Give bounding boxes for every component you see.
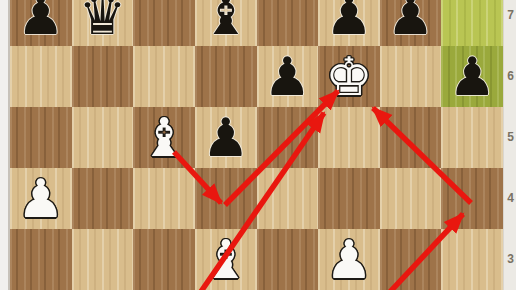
square-d7[interactable]: ♝ — [195, 0, 257, 46]
black-pawn-e6: ♟ — [264, 46, 312, 107]
square-e6[interactable]: ♟ — [257, 46, 319, 107]
square-h5[interactable] — [441, 107, 503, 168]
rank-label-4: 4 — [504, 190, 516, 207]
square-f7[interactable]: ♟ — [318, 0, 380, 46]
square-b7[interactable]: ♛ — [72, 0, 134, 46]
black-pawn-h6: ♟ — [448, 46, 496, 107]
black-pawn-f7: ♟ — [325, 0, 373, 46]
rank-label-3: 3 — [504, 251, 516, 268]
black-pawn-a7: ♟ — [17, 0, 65, 46]
square-e5[interactable] — [257, 107, 319, 168]
square-c6[interactable] — [133, 46, 195, 107]
square-f3[interactable]: ♟ — [318, 229, 380, 290]
square-d3[interactable]: ♝ — [195, 229, 257, 290]
page-gutter — [0, 0, 10, 290]
square-d6[interactable] — [195, 46, 257, 107]
square-f4[interactable] — [318, 168, 380, 229]
square-a5[interactable] — [10, 107, 72, 168]
white-pawn-f3: ♟ — [325, 229, 373, 290]
square-g3[interactable] — [380, 229, 442, 290]
chess-board-screenshot: ♟♛♝♟♟♟♚♟♝♟♟♝♟ 76543 — [0, 0, 516, 290]
square-c3[interactable] — [133, 229, 195, 290]
square-g4[interactable] — [380, 168, 442, 229]
square-b3[interactable] — [72, 229, 134, 290]
square-g7[interactable]: ♟ — [380, 0, 442, 46]
square-h3[interactable] — [441, 229, 503, 290]
white-pawn-a4: ♟ — [17, 168, 65, 229]
rank-label-7: 7 — [504, 7, 516, 24]
square-h4[interactable] — [441, 168, 503, 229]
square-a6[interactable] — [10, 46, 72, 107]
square-h6[interactable]: ♟ — [441, 46, 503, 107]
square-e3[interactable] — [257, 229, 319, 290]
square-c5[interactable]: ♝ — [133, 107, 195, 168]
square-g5[interactable] — [380, 107, 442, 168]
black-pawn-g7: ♟ — [387, 0, 435, 46]
square-b4[interactable] — [72, 168, 134, 229]
square-d5[interactable]: ♟ — [195, 107, 257, 168]
rank-label-5: 5 — [504, 129, 516, 146]
square-h7[interactable] — [441, 0, 503, 46]
black-pawn-d5: ♟ — [202, 107, 250, 168]
white-bishop-d3: ♝ — [202, 229, 250, 290]
rank-label-6: 6 — [504, 68, 516, 85]
square-a7[interactable]: ♟ — [10, 0, 72, 46]
rank-coordinates: 76543 — [503, 0, 516, 290]
chess-board: ♟♛♝♟♟♟♚♟♝♟♟♝♟ — [10, 0, 503, 290]
square-d4[interactable] — [195, 168, 257, 229]
square-g6[interactable] — [380, 46, 442, 107]
white-bishop-c5: ♝ — [140, 107, 188, 168]
square-f5[interactable] — [318, 107, 380, 168]
black-bishop-d7: ♝ — [202, 0, 250, 46]
white-king-f6: ♚ — [325, 46, 373, 107]
black-queen-b7: ♛ — [79, 0, 127, 46]
square-c4[interactable] — [133, 168, 195, 229]
square-c7[interactable] — [133, 0, 195, 46]
square-f6[interactable]: ♚ — [318, 46, 380, 107]
square-a4[interactable]: ♟ — [10, 168, 72, 229]
square-e7[interactable] — [257, 0, 319, 46]
square-b6[interactable] — [72, 46, 134, 107]
square-e4[interactable] — [257, 168, 319, 229]
square-a3[interactable] — [10, 229, 72, 290]
square-b5[interactable] — [72, 107, 134, 168]
